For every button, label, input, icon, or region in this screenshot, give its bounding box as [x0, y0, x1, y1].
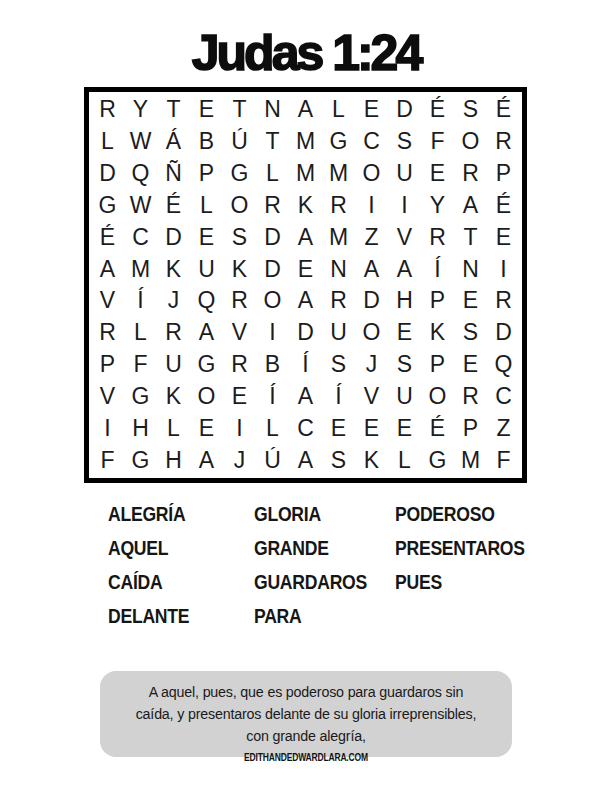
word-list-item: AQUEL [108, 537, 236, 560]
grid-cell-r1c8: L [322, 94, 355, 126]
grid-cell-r10c6: Í [256, 381, 289, 413]
grid-cell-r11c13: Z [487, 412, 520, 444]
grid-cell-r10c4: O [190, 381, 223, 413]
word-list-item: PRESENTAROS [395, 537, 525, 560]
grid-cell-r9c3: U [157, 349, 190, 381]
grid-cell-r1c11: É [421, 94, 454, 126]
letter-grid: RYTETNALEDÉSÉLWÁBÚTMGCSFORDQÑPGLMMOUERPG… [91, 94, 520, 476]
grid-cell-r3c9: O [355, 158, 388, 190]
grid-cell-r5c3: D [157, 221, 190, 253]
grid-cell-r2c5: Ú [223, 126, 256, 158]
grid-cell-r8c5: V [223, 317, 256, 349]
grid-cell-r2c12: O [454, 126, 487, 158]
grid-cell-r9c4: G [190, 349, 223, 381]
grid-cell-r3c13: P [487, 158, 520, 190]
grid-cell-r6c5: K [223, 253, 256, 285]
grid-cell-r11c1: I [91, 412, 124, 444]
grid-cell-r9c9: J [355, 349, 388, 381]
grid-cell-r5c12: T [454, 221, 487, 253]
grid-cell-r8c3: R [157, 317, 190, 349]
word-list-item: PODEROSO [395, 503, 525, 526]
grid-cell-r4c10: I [388, 190, 421, 222]
grid-cell-r11c5: I [223, 412, 256, 444]
grid-cell-r11c12: P [454, 412, 487, 444]
page-title: Judas 1:24 [0, 24, 612, 82]
grid-cell-r6c12: N [454, 253, 487, 285]
grid-cell-r7c4: Q [190, 285, 223, 317]
grid-cell-r1c2: Y [124, 94, 157, 126]
grid-cell-r3c5: G [223, 158, 256, 190]
grid-cell-r2c3: Á [157, 126, 190, 158]
grid-cell-r11c2: H [124, 412, 157, 444]
grid-cell-r10c7: A [289, 381, 322, 413]
grid-cell-r2c11: F [421, 126, 454, 158]
grid-cell-r3c4: P [190, 158, 223, 190]
grid-cell-r9c10: S [388, 349, 421, 381]
grid-cell-r1c1: R [91, 94, 124, 126]
grid-cell-r2c8: G [322, 126, 355, 158]
grid-cell-r10c11: O [421, 381, 454, 413]
grid-cell-r4c9: I [355, 190, 388, 222]
grid-cell-r9c1: P [91, 349, 124, 381]
grid-cell-r3c8: M [322, 158, 355, 190]
grid-cell-r4c7: K [289, 190, 322, 222]
grid-cell-r9c6: B [256, 349, 289, 381]
grid-cell-r9c2: F [124, 349, 157, 381]
grid-cell-r5c1: É [91, 221, 124, 253]
grid-cell-r6c10: A [388, 253, 421, 285]
grid-cell-r7c9: D [355, 285, 388, 317]
grid-cell-r7c7: A [289, 285, 322, 317]
grid-cell-r7c6: O [256, 285, 289, 317]
grid-cell-r8c1: R [91, 317, 124, 349]
grid-cell-r1c12: S [454, 94, 487, 126]
grid-cell-r4c6: R [256, 190, 289, 222]
grid-cell-r3c12: R [454, 158, 487, 190]
word-list-item: DELANTE [108, 605, 236, 628]
grid-cell-r6c13: I [487, 253, 520, 285]
grid-cell-r5c5: S [223, 221, 256, 253]
grid-cell-r7c11: P [421, 285, 454, 317]
grid-cell-r8c4: A [190, 317, 223, 349]
grid-cell-r7c10: H [388, 285, 421, 317]
grid-cell-r5c4: E [190, 221, 223, 253]
grid-cell-r4c11: Y [421, 190, 454, 222]
grid-cell-r6c4: U [190, 253, 223, 285]
grid-cell-r12c4: A [190, 444, 223, 476]
grid-cell-r5c9: Z [355, 221, 388, 253]
grid-cell-r10c8: Í [322, 381, 355, 413]
grid-cell-r8c6: I [256, 317, 289, 349]
grid-cell-r3c11: E [421, 158, 454, 190]
grid-cell-r3c7: M [289, 158, 322, 190]
verse-box: A aquel, pues, que es poderoso para guar… [100, 671, 512, 757]
grid-cell-r8c13: D [487, 317, 520, 349]
grid-cell-r1c5: T [223, 94, 256, 126]
grid-cell-r2c9: C [355, 126, 388, 158]
grid-cell-r12c11: G [421, 444, 454, 476]
grid-cell-r12c10: L [388, 444, 421, 476]
grid-cell-r5c8: M [322, 221, 355, 253]
grid-cell-r5c2: C [124, 221, 157, 253]
grid-cell-r11c8: E [322, 412, 355, 444]
grid-cell-r8c9: O [355, 317, 388, 349]
grid-cell-r8c8: U [322, 317, 355, 349]
word-list-item: GRANDE [254, 537, 378, 560]
grid-cell-r6c6: D [256, 253, 289, 285]
grid-cell-r3c6: L [256, 158, 289, 190]
grid-cell-r2c1: L [91, 126, 124, 158]
grid-cell-r2c13: R [487, 126, 520, 158]
grid-cell-r1c9: E [355, 94, 388, 126]
grid-cell-r11c3: L [157, 412, 190, 444]
grid-cell-r3c2: Q [124, 158, 157, 190]
grid-cell-r5c7: A [289, 221, 322, 253]
grid-cell-r11c9: E [355, 412, 388, 444]
grid-cell-r5c13: E [487, 221, 520, 253]
grid-cell-r8c10: E [388, 317, 421, 349]
grid-cell-r6c8: N [322, 253, 355, 285]
grid-cell-r3c10: U [388, 158, 421, 190]
grid-cell-r10c10: U [388, 381, 421, 413]
grid-cell-r10c13: C [487, 381, 520, 413]
word-list-item: ALEGRÍA [108, 503, 236, 526]
grid-cell-r3c1: D [91, 158, 124, 190]
word-list-item: PARA [254, 605, 378, 628]
grid-cell-r10c9: V [355, 381, 388, 413]
grid-cell-r7c1: V [91, 285, 124, 317]
grid-cell-r3c3: Ñ [157, 158, 190, 190]
grid-cell-r10c2: G [124, 381, 157, 413]
word-list-item: PUES [395, 571, 525, 594]
grid-cell-r10c3: K [157, 381, 190, 413]
grid-cell-r6c11: Í [421, 253, 454, 285]
grid-cell-r12c5: J [223, 444, 256, 476]
grid-cell-r8c11: K [421, 317, 454, 349]
grid-cell-r4c3: É [157, 190, 190, 222]
word-search-board: RYTETNALEDÉSÉLWÁBÚTMGCSFORDQÑPGLMMOUERPG… [84, 87, 527, 483]
grid-cell-r2c2: W [124, 126, 157, 158]
grid-cell-r1c13: É [487, 94, 520, 126]
grid-cell-r7c12: E [454, 285, 487, 317]
grid-cell-r2c4: B [190, 126, 223, 158]
grid-cell-r2c6: T [256, 126, 289, 158]
grid-cell-r1c4: E [190, 94, 223, 126]
grid-cell-r4c1: G [91, 190, 124, 222]
verse-text: A aquel, pues, que es poderoso para guar… [129, 681, 482, 747]
grid-cell-r9c12: E [454, 349, 487, 381]
grid-cell-r7c2: Í [124, 285, 157, 317]
grid-cell-r4c13: É [487, 190, 520, 222]
word-list-item: GLORIA [254, 503, 378, 526]
grid-cell-r9c7: Í [289, 349, 322, 381]
word-list-item: CAÍDA [108, 571, 236, 594]
grid-cell-r4c4: L [190, 190, 223, 222]
grid-cell-r12c2: G [124, 444, 157, 476]
grid-cell-r12c3: H [157, 444, 190, 476]
grid-cell-r9c11: P [421, 349, 454, 381]
grid-cell-r4c2: W [124, 190, 157, 222]
grid-cell-r2c7: M [289, 126, 322, 158]
grid-cell-r10c12: R [454, 381, 487, 413]
grid-cell-r6c3: K [157, 253, 190, 285]
grid-cell-r12c8: S [322, 444, 355, 476]
grid-cell-r8c7: D [289, 317, 322, 349]
grid-cell-r7c5: R [223, 285, 256, 317]
grid-cell-r6c9: A [355, 253, 388, 285]
word-list-item: GUARDAROS [254, 571, 378, 594]
word-list: ALEGRÍAAQUELCAÍDADELANTEGLORIAGRANDEGUAR… [108, 497, 542, 633]
grid-cell-r8c2: L [124, 317, 157, 349]
grid-cell-r7c13: R [487, 285, 520, 317]
grid-cell-r8c12: S [454, 317, 487, 349]
grid-cell-r6c1: A [91, 253, 124, 285]
grid-cell-r1c7: A [289, 94, 322, 126]
grid-cell-r9c13: Q [487, 349, 520, 381]
grid-cell-r1c6: N [256, 94, 289, 126]
grid-cell-r1c10: D [388, 94, 421, 126]
grid-cell-r10c1: V [91, 381, 124, 413]
grid-cell-r9c5: R [223, 349, 256, 381]
grid-cell-r4c8: R [322, 190, 355, 222]
grid-cell-r11c6: L [256, 412, 289, 444]
grid-cell-r4c12: A [454, 190, 487, 222]
grid-cell-r12c13: F [487, 444, 520, 476]
puzzle-page: Judas 1:24 RYTETNALEDÉSÉLWÁBÚTMGCSFORDQÑ… [0, 0, 612, 792]
grid-cell-r9c8: S [322, 349, 355, 381]
grid-cell-r5c10: V [388, 221, 421, 253]
grid-cell-r5c6: D [256, 221, 289, 253]
grid-cell-r11c7: C [289, 412, 322, 444]
grid-cell-r5c11: R [421, 221, 454, 253]
grid-cell-r12c1: F [91, 444, 124, 476]
grid-cell-r6c7: E [289, 253, 322, 285]
grid-cell-r12c6: Ú [256, 444, 289, 476]
grid-cell-r12c9: K [355, 444, 388, 476]
grid-cell-r6c2: M [124, 253, 157, 285]
grid-cell-r12c7: A [289, 444, 322, 476]
footer-site-label: EDITHANDEDWARDLARA.COM [46, 752, 566, 763]
grid-cell-r2c10: S [388, 126, 421, 158]
grid-cell-r11c10: E [388, 412, 421, 444]
grid-cell-r7c8: R [322, 285, 355, 317]
grid-cell-r10c5: E [223, 381, 256, 413]
grid-cell-r1c3: T [157, 94, 190, 126]
grid-cell-r4c5: O [223, 190, 256, 222]
grid-cell-r12c12: M [454, 444, 487, 476]
grid-cell-r11c4: E [190, 412, 223, 444]
grid-cell-r11c11: É [421, 412, 454, 444]
grid-cell-r7c3: J [157, 285, 190, 317]
